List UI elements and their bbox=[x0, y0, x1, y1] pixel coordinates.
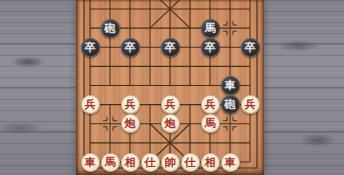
black-soldier[interactable]: 卒 bbox=[161, 38, 180, 57]
piece-glyph: 卒 bbox=[205, 37, 216, 56]
piece-glyph: 兵 bbox=[245, 95, 256, 114]
piece-glyph: 車 bbox=[225, 152, 236, 171]
red-horse[interactable]: 馬 bbox=[201, 114, 220, 133]
piece-glyph: 仕 bbox=[145, 152, 156, 171]
piece-glyph: 仕 bbox=[185, 152, 196, 171]
red-soldier[interactable]: 兵 bbox=[121, 95, 140, 114]
piece-glyph: 兵 bbox=[125, 95, 136, 114]
black-soldier[interactable]: 卒 bbox=[121, 38, 140, 57]
red-cannon[interactable]: 炮 bbox=[121, 114, 140, 133]
pieces-layer: 砲馬卒卒卒卒卒車砲兵兵兵兵兵炮炮馬車馬相仕帥仕相車 bbox=[0, 0, 344, 175]
red-soldier[interactable]: 兵 bbox=[161, 95, 180, 114]
piece-glyph: 相 bbox=[125, 152, 136, 171]
black-cannon[interactable]: 砲 bbox=[221, 95, 240, 114]
red-soldier[interactable]: 兵 bbox=[81, 95, 100, 114]
piece-glyph: 卒 bbox=[165, 37, 176, 56]
piece-glyph: 車 bbox=[85, 152, 96, 171]
piece-glyph: 炮 bbox=[165, 114, 176, 133]
black-horse[interactable]: 馬 bbox=[201, 19, 220, 38]
piece-glyph: 馬 bbox=[205, 114, 216, 133]
red-elephant[interactable]: 相 bbox=[201, 153, 220, 172]
black-soldier[interactable]: 卒 bbox=[81, 38, 100, 57]
piece-glyph: 卒 bbox=[245, 37, 256, 56]
piece-glyph: 砲 bbox=[105, 18, 116, 37]
black-chariot[interactable]: 車 bbox=[221, 76, 240, 95]
piece-glyph: 相 bbox=[205, 152, 216, 171]
red-advisor[interactable]: 仕 bbox=[141, 153, 160, 172]
piece-glyph: 車 bbox=[225, 76, 236, 95]
red-soldier[interactable]: 兵 bbox=[241, 95, 260, 114]
piece-glyph: 馬 bbox=[105, 152, 116, 171]
black-soldier[interactable]: 卒 bbox=[241, 38, 260, 57]
red-chariot[interactable]: 車 bbox=[221, 153, 240, 172]
piece-glyph: 砲 bbox=[225, 95, 236, 114]
piece-glyph: 兵 bbox=[85, 95, 96, 114]
black-cannon[interactable]: 砲 bbox=[101, 19, 120, 38]
red-soldier[interactable]: 兵 bbox=[201, 95, 220, 114]
piece-glyph: 炮 bbox=[125, 114, 136, 133]
piece-glyph: 馬 bbox=[205, 18, 216, 37]
piece-glyph: 卒 bbox=[85, 37, 96, 56]
red-advisor[interactable]: 仕 bbox=[181, 153, 200, 172]
piece-glyph: 卒 bbox=[125, 37, 136, 56]
red-cannon[interactable]: 炮 bbox=[161, 114, 180, 133]
red-horse[interactable]: 馬 bbox=[101, 153, 120, 172]
screenshot-root: 砲馬卒卒卒卒卒車砲兵兵兵兵兵炮炮馬車馬相仕帥仕相車 bbox=[0, 0, 344, 175]
black-soldier[interactable]: 卒 bbox=[201, 38, 220, 57]
red-elephant[interactable]: 相 bbox=[121, 153, 140, 172]
piece-glyph: 兵 bbox=[165, 95, 176, 114]
piece-glyph: 帥 bbox=[165, 152, 176, 171]
piece-glyph: 兵 bbox=[205, 95, 216, 114]
red-chariot[interactable]: 車 bbox=[81, 153, 100, 172]
red-general[interactable]: 帥 bbox=[161, 153, 180, 172]
